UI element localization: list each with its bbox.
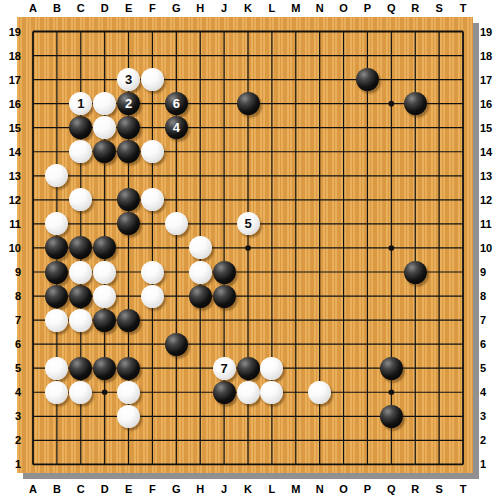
stone-white-B7 bbox=[45, 309, 68, 332]
stone-white-N4 bbox=[308, 381, 331, 404]
coord-label-bottom-S: S bbox=[428, 482, 450, 496]
stone-black-H8 bbox=[189, 285, 212, 308]
coord-label-top-H: H bbox=[189, 1, 211, 15]
coord-label-right-12: 12 bbox=[480, 193, 500, 207]
move-number: 1 bbox=[77, 97, 84, 110]
coord-label-right-15: 15 bbox=[480, 121, 500, 135]
stone-black-K16 bbox=[237, 92, 260, 115]
coord-label-bottom-N: N bbox=[309, 482, 331, 496]
coord-label-top-R: R bbox=[404, 1, 426, 15]
stone-white-F8 bbox=[141, 285, 164, 308]
coord-label-top-Q: Q bbox=[380, 1, 402, 15]
stone-black-Q5 bbox=[380, 357, 403, 380]
coord-label-right-6: 6 bbox=[480, 337, 500, 351]
stone-black-G6 bbox=[165, 333, 188, 356]
go-diagram: 2643157 AABBCCDDEEFFGGHHJJKKLLMMNNOOPPQQ… bbox=[0, 0, 500, 500]
stone-black-G16: 6 bbox=[165, 92, 188, 115]
coord-label-top-M: M bbox=[285, 1, 307, 15]
coord-label-left-19: 19 bbox=[0, 25, 21, 39]
coord-label-left-8: 8 bbox=[0, 289, 21, 303]
coord-label-left-12: 12 bbox=[0, 193, 21, 207]
stone-white-K4 bbox=[237, 381, 260, 404]
coord-label-left-13: 13 bbox=[0, 169, 21, 183]
coord-label-left-14: 14 bbox=[0, 145, 21, 159]
coord-label-left-2: 2 bbox=[0, 433, 21, 447]
coord-label-top-A: A bbox=[22, 1, 44, 15]
coord-label-top-L: L bbox=[261, 1, 283, 15]
coord-label-left-11: 11 bbox=[0, 217, 21, 231]
coord-label-top-O: O bbox=[333, 1, 355, 15]
stone-white-C4 bbox=[69, 381, 92, 404]
stone-black-J4 bbox=[213, 381, 236, 404]
coord-label-top-D: D bbox=[94, 1, 116, 15]
stone-black-D7 bbox=[93, 309, 116, 332]
coord-label-bottom-O: O bbox=[333, 482, 355, 496]
coord-label-left-7: 7 bbox=[0, 313, 21, 327]
coord-label-right-11: 11 bbox=[480, 217, 500, 231]
stone-white-E3 bbox=[117, 405, 140, 428]
coord-label-bottom-M: M bbox=[285, 482, 307, 496]
coord-label-right-4: 4 bbox=[480, 385, 500, 399]
coord-label-right-19: 19 bbox=[480, 25, 500, 39]
stone-white-D9 bbox=[93, 261, 116, 284]
coord-label-bottom-T: T bbox=[452, 482, 474, 496]
stone-black-R9 bbox=[404, 261, 427, 284]
stone-white-C9 bbox=[69, 261, 92, 284]
stone-black-E7 bbox=[117, 309, 140, 332]
stone-black-P17 bbox=[356, 68, 379, 91]
coord-label-left-18: 18 bbox=[0, 49, 21, 63]
move-number: 3 bbox=[125, 73, 132, 86]
move-number: 4 bbox=[173, 121, 180, 134]
stone-black-B9 bbox=[45, 261, 68, 284]
stone-black-D5 bbox=[93, 357, 116, 380]
move-number: 2 bbox=[125, 97, 132, 110]
coord-label-bottom-K: K bbox=[237, 482, 259, 496]
coord-label-top-K: K bbox=[237, 1, 259, 15]
coord-label-top-C: C bbox=[70, 1, 92, 15]
coord-label-right-13: 13 bbox=[480, 169, 500, 183]
coord-label-right-7: 7 bbox=[480, 313, 500, 327]
stone-black-Q3 bbox=[380, 405, 403, 428]
coord-label-right-14: 14 bbox=[480, 145, 500, 159]
stone-white-L4 bbox=[260, 381, 283, 404]
coord-label-left-10: 10 bbox=[0, 241, 21, 255]
coord-label-top-J: J bbox=[213, 1, 235, 15]
coord-label-top-S: S bbox=[428, 1, 450, 15]
coord-label-right-18: 18 bbox=[480, 49, 500, 63]
coord-label-bottom-P: P bbox=[356, 482, 378, 496]
coord-label-bottom-H: H bbox=[189, 482, 211, 496]
stone-black-J8 bbox=[213, 285, 236, 308]
stone-white-H9 bbox=[189, 261, 212, 284]
coord-label-bottom-A: A bbox=[22, 482, 44, 496]
coord-label-bottom-R: R bbox=[404, 482, 426, 496]
coord-label-bottom-Q: Q bbox=[380, 482, 402, 496]
stone-white-K11: 5 bbox=[237, 212, 260, 235]
coord-label-right-3: 3 bbox=[480, 409, 500, 423]
stone-black-B8 bbox=[45, 285, 68, 308]
coord-label-top-B: B bbox=[46, 1, 68, 15]
stone-white-E4 bbox=[117, 381, 140, 404]
stone-white-B4 bbox=[45, 381, 68, 404]
coord-label-right-9: 9 bbox=[480, 265, 500, 279]
coord-label-top-F: F bbox=[141, 1, 163, 15]
coord-label-top-G: G bbox=[165, 1, 187, 15]
stone-white-D8 bbox=[93, 285, 116, 308]
coord-label-right-17: 17 bbox=[480, 73, 500, 87]
stone-white-E17: 3 bbox=[117, 68, 140, 91]
coord-label-top-P: P bbox=[356, 1, 378, 15]
coord-label-bottom-G: G bbox=[165, 482, 187, 496]
stone-white-F9 bbox=[141, 261, 164, 284]
stone-black-C8 bbox=[69, 285, 92, 308]
coord-label-left-4: 4 bbox=[0, 385, 21, 399]
coord-label-left-5: 5 bbox=[0, 361, 21, 375]
coord-label-left-17: 17 bbox=[0, 73, 21, 87]
move-number: 7 bbox=[220, 362, 227, 375]
coord-label-top-T: T bbox=[452, 1, 474, 15]
coord-label-right-2: 2 bbox=[480, 433, 500, 447]
stone-black-J9 bbox=[213, 261, 236, 284]
coord-label-left-1: 1 bbox=[0, 457, 21, 471]
stone-white-B5 bbox=[45, 357, 68, 380]
move-number: 6 bbox=[173, 97, 180, 110]
coord-label-bottom-D: D bbox=[94, 482, 116, 496]
stone-black-G15: 4 bbox=[165, 116, 188, 139]
coord-label-bottom-C: C bbox=[70, 482, 92, 496]
coord-label-bottom-F: F bbox=[141, 482, 163, 496]
coord-label-right-5: 5 bbox=[480, 361, 500, 375]
coord-label-bottom-L: L bbox=[261, 482, 283, 496]
coord-label-top-E: E bbox=[118, 1, 140, 15]
stone-white-L5 bbox=[260, 357, 283, 380]
move-number: 5 bbox=[244, 217, 251, 230]
coord-label-right-8: 8 bbox=[480, 289, 500, 303]
stone-white-J5: 7 bbox=[213, 357, 236, 380]
coord-label-top-N: N bbox=[309, 1, 331, 15]
coord-label-bottom-B: B bbox=[46, 482, 68, 496]
stone-white-C7 bbox=[69, 309, 92, 332]
stone-black-C5 bbox=[69, 357, 92, 380]
stone-black-R16 bbox=[404, 92, 427, 115]
coord-label-right-1: 1 bbox=[480, 457, 500, 471]
coord-label-left-16: 16 bbox=[0, 97, 21, 111]
goban[interactable]: 2643157 bbox=[17, 17, 473, 473]
stone-black-K5 bbox=[237, 357, 260, 380]
coord-label-right-10: 10 bbox=[480, 241, 500, 255]
stone-white-F17 bbox=[141, 68, 164, 91]
coord-label-left-6: 6 bbox=[0, 337, 21, 351]
coord-label-left-15: 15 bbox=[0, 121, 21, 135]
coord-label-right-16: 16 bbox=[480, 97, 500, 111]
stone-black-E5 bbox=[117, 357, 140, 380]
coord-label-bottom-E: E bbox=[118, 482, 140, 496]
coord-label-left-9: 9 bbox=[0, 265, 21, 279]
coord-label-left-3: 3 bbox=[0, 409, 21, 423]
coord-label-bottom-J: J bbox=[213, 482, 235, 496]
